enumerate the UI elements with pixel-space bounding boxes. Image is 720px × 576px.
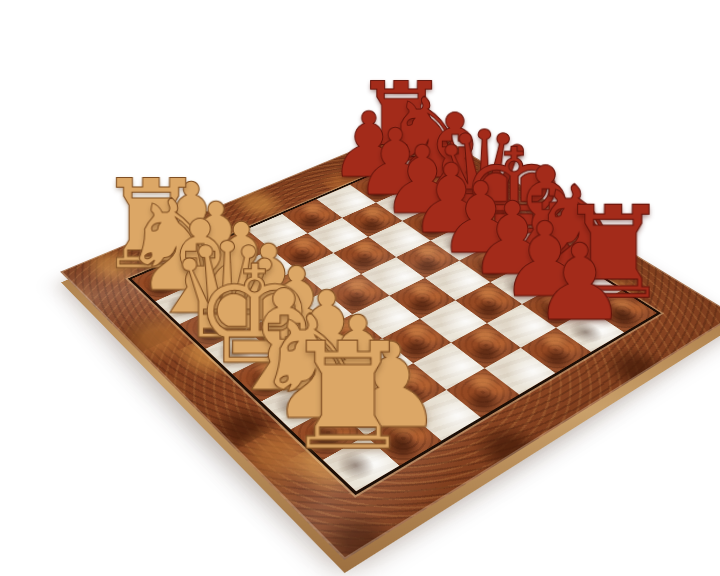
piece-white-rook: ♜ — [282, 323, 414, 470]
board-frame: ♜♞♝♛♚♝♞♜♟♟♟♟♟♟♟♟♟♟♟♟♟♟♟♟♜♞♝♛♚♝♞♜ — [60, 123, 720, 560]
perspective-scene: ♜♞♝♛♚♝♞♜♟♟♟♟♟♟♟♟♟♟♟♟♟♟♟♟♜♞♝♛♚♝♞♜ — [150, 53, 630, 533]
piece-black-pawn: ♟ — [532, 230, 627, 336]
square-h1: ♜ — [323, 435, 400, 491]
chess-board-3d: ♜♞♝♛♚♝♞♜♟♟♟♟♟♟♟♟♟♟♟♟♟♟♟♟♜♞♝♛♚♝♞♜ — [60, 123, 720, 560]
chess-board: ♜♞♝♛♚♝♞♜♟♟♟♟♟♟♟♟♟♟♟♟♟♟♟♟♜♞♝♛♚♝♞♜ — [128, 156, 661, 496]
product-photo-stage: ♜♞♝♛♚♝♞♜♟♟♟♟♟♟♟♟♟♟♟♟♟♟♟♟♜♞♝♛♚♝♞♜ — [0, 0, 720, 576]
